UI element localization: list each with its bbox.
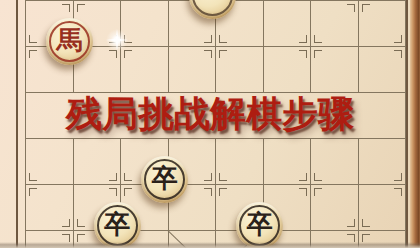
point-marker (219, 35, 227, 43)
point-marker (124, 188, 132, 196)
point-marker (219, 173, 227, 181)
point-marker (299, 50, 307, 58)
point-marker (394, 50, 402, 58)
point-marker (394, 188, 402, 196)
point-marker (29, 188, 37, 196)
grid-line-vertical (358, 138, 359, 248)
point-marker (219, 188, 227, 196)
piece-unknown-cut-off[interactable] (189, 0, 236, 19)
point-marker (109, 50, 117, 58)
piece-glyph: 卒 (152, 166, 178, 192)
point-marker (29, 35, 37, 43)
point-marker (299, 173, 307, 181)
point-marker (62, 234, 70, 242)
point-marker (219, 50, 227, 58)
grid-line-vertical (25, 0, 26, 248)
point-marker (314, 188, 322, 196)
board-border-line (16, 0, 18, 248)
point-marker (77, 219, 85, 227)
point-marker (77, 234, 85, 242)
point-marker (314, 50, 322, 58)
grid-line-vertical (168, 0, 169, 92)
point-marker (77, 4, 85, 12)
board-border-line (406, 0, 408, 248)
point-marker (299, 188, 307, 196)
overlay-title: 残局挑战解棋步骤 (66, 90, 354, 139)
point-marker (394, 35, 402, 43)
point-marker (204, 188, 212, 196)
grid-line-vertical (358, 0, 359, 92)
point-marker (394, 173, 402, 181)
point-marker (347, 234, 355, 242)
point-marker (204, 35, 212, 43)
grid-line-vertical (310, 138, 311, 248)
point-marker (29, 173, 37, 181)
app-screen: 馬卒卒卒 残局挑战解棋步骤 (0, 0, 420, 248)
piece-glyph: 馬 (57, 28, 83, 54)
piece-red-horse[interactable]: 馬 (46, 18, 93, 65)
point-marker (299, 35, 307, 43)
point-marker (29, 50, 37, 58)
point-marker (204, 50, 212, 58)
point-marker (204, 173, 212, 181)
sparkle-effect (106, 29, 128, 51)
grid-line-vertical (215, 138, 216, 248)
piece-black-soldier[interactable]: 卒 (141, 156, 188, 203)
piece-glyph: 卒 (104, 212, 130, 238)
point-marker (362, 4, 370, 12)
point-marker (124, 50, 132, 58)
board-right-edge (410, 0, 420, 248)
grid-line-vertical (310, 0, 311, 92)
piece-glyph: 卒 (247, 212, 273, 238)
grid-line-vertical (73, 138, 74, 248)
point-marker (109, 188, 117, 196)
point-marker (124, 173, 132, 181)
point-marker (109, 173, 117, 181)
point-marker (347, 219, 355, 227)
point-marker (314, 173, 322, 181)
bottom-shade (0, 242, 420, 248)
point-marker (62, 219, 70, 227)
point-marker (347, 4, 355, 12)
point-marker (362, 219, 370, 227)
grid-line-vertical (263, 0, 264, 92)
point-marker (62, 4, 70, 12)
piece-ring (192, 0, 233, 16)
point-marker (314, 35, 322, 43)
point-marker (362, 234, 370, 242)
